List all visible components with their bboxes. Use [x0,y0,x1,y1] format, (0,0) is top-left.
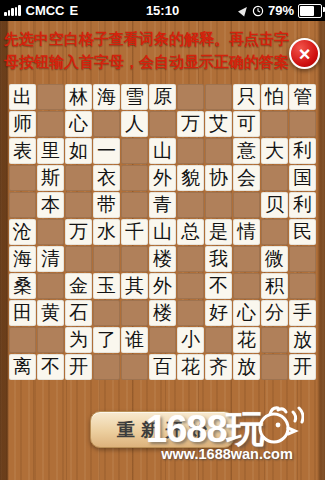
blocked-cell [177,246,204,272]
grid-cell[interactable]: 玉 [93,273,120,299]
blocked-cell [121,192,148,218]
grid-cell[interactable]: 心 [65,111,92,137]
grid-cell[interactable]: 水 [93,219,120,245]
grid-cell[interactable]: 心 [233,300,260,326]
blocked-cell [37,84,64,110]
grid-cell[interactable]: 为 [65,327,92,353]
grid-cell[interactable]: 田 [9,300,36,326]
blocked-cell [177,138,204,164]
grid-cell[interactable]: 海 [93,84,120,110]
grid-cell[interactable]: 万 [65,219,92,245]
location-services-icon [238,4,250,16]
blocked-cell [9,192,36,218]
grid-cell[interactable]: 楼 [149,300,176,326]
grid-cell[interactable]: 其 [121,273,148,299]
grid-cell[interactable]: 沧 [9,219,36,245]
blocked-cell [121,246,148,272]
grid-cell[interactable]: 原 [149,84,176,110]
grid-cell[interactable]: 分 [261,300,288,326]
blocked-cell [121,354,148,380]
blocked-cell [37,219,64,245]
instruction-text: 先选中空白格子查看词条的解释。再点击字母按钮输入首字母，会自动显示正确的答案 [4,27,292,73]
grid-cell[interactable]: 出 [9,84,36,110]
grid-cell[interactable]: 协 [205,165,232,191]
blocked-cell [121,165,148,191]
grid-cell[interactable]: 只 [233,84,260,110]
grid-cell[interactable]: 齐 [205,354,232,380]
grid-cell[interactable]: 了 [93,327,120,353]
blocked-cell [149,327,176,353]
grid-cell[interactable]: 好 [205,300,232,326]
grid-cell[interactable]: 会 [233,165,260,191]
blocked-cell [177,84,204,110]
grid-cell[interactable]: 意 [233,138,260,164]
blocked-cell [289,111,316,137]
grid-cell[interactable]: 国 [289,165,316,191]
grid-cell[interactable]: 金 [65,273,92,299]
blocked-cell [65,246,92,272]
blocked-cell [37,327,64,353]
blocked-cell [121,138,148,164]
grid-cell[interactable]: 外 [149,165,176,191]
blocked-cell [233,246,260,272]
battery-icon [298,4,322,18]
grid-cell[interactable]: 海 [9,246,36,272]
grid-cell[interactable]: 千 [121,219,148,245]
blocked-cell [93,111,120,137]
grid-cell[interactable]: 山 [149,138,176,164]
grid-cell[interactable]: 外 [149,273,176,299]
battery-percent-label: 79% [268,3,294,18]
blocked-cell [93,354,120,380]
grid-cell[interactable]: 一 [93,138,120,164]
blocked-cell [261,219,288,245]
blocked-cell [289,246,316,272]
grid-cell[interactable]: 我 [205,246,232,272]
grid-cell[interactable]: 如 [65,138,92,164]
grid-cell[interactable]: 放 [289,327,316,353]
watermark-url: www.1688wan.com [142,446,312,462]
grid-cell[interactable]: 总 [177,219,204,245]
grid-cell[interactable]: 开 [65,354,92,380]
blocked-cell [9,165,36,191]
blocked-cell [205,138,232,164]
grid-cell[interactable]: 是 [205,219,232,245]
blocked-cell [93,246,120,272]
grid-cell[interactable]: 石 [65,300,92,326]
grid-cell[interactable]: 小 [177,327,204,353]
grid-cell[interactable]: 管 [289,84,316,110]
grid-cell[interactable]: 怕 [261,84,288,110]
grid-cell[interactable]: 貌 [177,165,204,191]
grid-cell[interactable]: 表 [9,138,36,164]
grid-cell[interactable]: 里 [37,138,64,164]
grid-cell[interactable]: 山 [149,219,176,245]
grid-cell[interactable]: 离 [9,354,36,380]
blocked-cell [233,273,260,299]
grid-cell[interactable]: 花 [177,354,204,380]
grid-cell[interactable]: 斯 [37,165,64,191]
grid-cell[interactable]: 可 [233,111,260,137]
blocked-cell [121,300,148,326]
blocked-cell [177,300,204,326]
blocked-cell [177,192,204,218]
grid-cell[interactable]: 本 [37,192,64,218]
grid-cell[interactable]: 艾 [205,111,232,137]
grid-cell[interactable]: 人 [121,111,148,137]
grid-cell[interactable]: 衣 [93,165,120,191]
grid-cell[interactable]: 放 [233,354,260,380]
grid-cell[interactable]: 万 [177,111,204,137]
blocked-cell [233,192,260,218]
grid-cell[interactable]: 情 [233,219,260,245]
grid-cell[interactable]: 积 [261,273,288,299]
blocked-cell [9,327,36,353]
grid-cell[interactable]: 青 [149,192,176,218]
blocked-cell [261,354,288,380]
blocked-cell [65,165,92,191]
grid-cell[interactable]: 雪 [121,84,148,110]
grid-cell[interactable]: 民 [289,219,316,245]
blocked-cell [149,111,176,137]
blocked-cell [205,327,232,353]
grid-cell[interactable]: 师 [9,111,36,137]
grid-cell[interactable]: 不 [37,354,64,380]
blocked-cell [205,192,232,218]
blocked-cell [37,273,64,299]
grid-cell[interactable]: 花 [233,327,260,353]
blocked-cell [205,84,232,110]
grid-cell[interactable]: 利 [289,192,316,218]
blocked-cell [261,165,288,191]
blocked-cell [261,111,288,137]
close-icon: × [299,44,311,64]
grid-cell[interactable]: 谁 [121,327,148,353]
blocked-cell [65,192,92,218]
grid-cell[interactable]: 不 [205,273,232,299]
alarm-clock-icon [252,5,264,17]
grid-cell[interactable]: 贝 [261,192,288,218]
blocked-cell [289,273,316,299]
grid-cell[interactable]: 黄 [37,300,64,326]
rooster-mascot-icon [252,398,304,450]
status-bar: CMCC E 15:10 79% [0,0,325,21]
grid-cell[interactable]: 带 [93,192,120,218]
grid-cell[interactable]: 清 [37,246,64,272]
grid-cell[interactable]: 大 [261,138,288,164]
blocked-cell [37,111,64,137]
grid-cell[interactable]: 手 [289,300,316,326]
blocked-cell [261,327,288,353]
grid-cell[interactable]: 利 [289,138,316,164]
blocked-cell [177,273,204,299]
close-button[interactable]: × [289,38,320,69]
blocked-cell [93,300,120,326]
grid-cell[interactable]: 百 [149,354,176,380]
crossword-board: 出林海雪原只怕管师心人万艾可表里如一山意大利斯衣外貌协会国本带青贝利沧万水千山总… [9,84,316,380]
grid-cell[interactable]: 桑 [9,273,36,299]
grid-cell[interactable]: 开 [289,354,316,380]
grid-cell[interactable]: 楼 [149,246,176,272]
grid-cell[interactable]: 林 [65,84,92,110]
grid-cell[interactable]: 微 [261,246,288,272]
